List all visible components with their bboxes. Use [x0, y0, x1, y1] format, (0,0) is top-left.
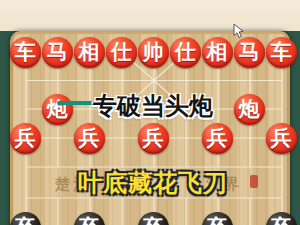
piece-red-soldier-2[interactable]: 兵: [74, 123, 105, 154]
piece-red-soldier-4[interactable]: 兵: [202, 123, 233, 154]
piece-red-chariot-left[interactable]: 车: [10, 37, 41, 68]
piece-red-soldier-3[interactable]: 兵: [138, 123, 169, 154]
callout-text: 专破当头炮: [93, 90, 213, 122]
piece-red-general[interactable]: 帅: [138, 37, 169, 68]
seal-stamp: [250, 175, 258, 188]
piece-red-elephant-left[interactable]: 相: [74, 37, 105, 68]
mouse-cursor-icon: [233, 24, 245, 39]
callout-pointer-line: [57, 101, 95, 105]
piece-red-soldier-1[interactable]: 兵: [10, 123, 41, 154]
top-banner: [0, 0, 300, 31]
piece-red-advisor-left[interactable]: 仕: [106, 37, 137, 68]
xiangqi-app-screen: 楚河 汉界 车马相仕帅仕相马车炮炮兵兵兵兵兵卒卒卒卒卒 专破当头炮 叶底藏花飞刀: [0, 0, 300, 225]
piece-red-elephant-right[interactable]: 相: [202, 37, 233, 68]
piece-red-cannon-left[interactable]: 炮: [42, 94, 73, 125]
piece-red-advisor-right[interactable]: 仕: [170, 37, 201, 68]
river-banner-text: 叶底藏花飞刀: [78, 167, 228, 199]
piece-red-cannon-right[interactable]: 炮: [234, 94, 265, 125]
piece-red-horse-left[interactable]: 马: [42, 37, 73, 68]
piece-red-horse-right[interactable]: 马: [234, 37, 265, 68]
piece-red-soldier-5[interactable]: 兵: [266, 123, 297, 154]
piece-red-chariot-right[interactable]: 车: [266, 37, 297, 68]
